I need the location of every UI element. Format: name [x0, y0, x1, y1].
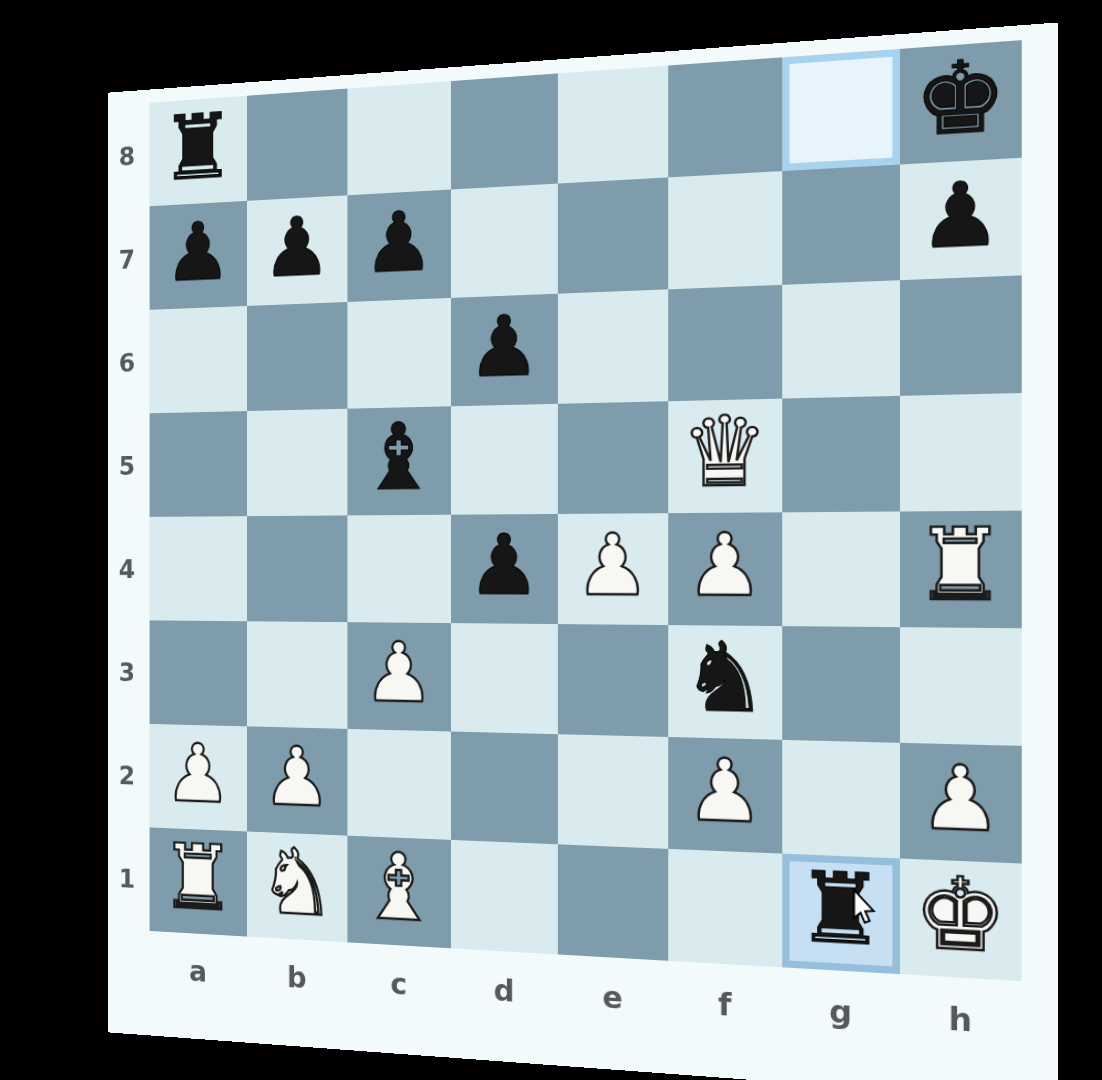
rank-label-2: 2 — [108, 760, 146, 790]
square-e3[interactable] — [558, 624, 668, 737]
file-label-a: a — [150, 952, 247, 991]
white-pawn-h2: ♟ — [919, 753, 1002, 845]
file-label-f: f — [668, 983, 782, 1026]
square-a1[interactable]: ♜ — [150, 827, 247, 936]
square-e2[interactable] — [558, 734, 668, 849]
square-g1[interactable]: ♜ — [782, 854, 900, 975]
rank-label-4: 4 — [108, 554, 146, 583]
square-h8[interactable]: ♚ — [900, 40, 1022, 164]
white-pawn-a2: ♟ — [165, 733, 232, 815]
white-rook-h4: ♜ — [914, 515, 1007, 615]
black-knight-f3: ♞ — [681, 629, 768, 727]
square-g7[interactable] — [782, 165, 900, 285]
square-c5[interactable]: ♝ — [347, 406, 451, 515]
file-label-g: g — [782, 990, 900, 1034]
square-b4[interactable] — [247, 515, 347, 622]
square-e8[interactable] — [558, 66, 668, 184]
square-d3[interactable] — [451, 623, 558, 734]
square-d6[interactable]: ♟ — [451, 294, 558, 407]
black-pawn-d4: ♟ — [468, 523, 541, 607]
square-a7[interactable]: ♟ — [150, 201, 247, 310]
square-d2[interactable] — [451, 732, 558, 845]
square-b5[interactable] — [247, 409, 347, 516]
white-pawn-f2: ♟ — [686, 747, 764, 836]
square-c3[interactable]: ♟ — [347, 622, 451, 731]
white-knight-b1: ♞ — [259, 836, 336, 930]
square-c6[interactable] — [347, 298, 451, 409]
square-e7[interactable] — [558, 177, 668, 293]
square-c4[interactable] — [347, 515, 451, 623]
file-label-c: c — [347, 964, 451, 1005]
square-d4[interactable]: ♟ — [451, 514, 558, 624]
rank-labels: 87654321 — [108, 103, 150, 931]
square-d5[interactable] — [451, 404, 558, 515]
black-bishop-c5: ♝ — [359, 411, 438, 504]
white-pawn-f4: ♟ — [686, 522, 764, 609]
black-king-h8: ♚ — [914, 45, 1007, 151]
square-b6[interactable] — [247, 302, 347, 411]
file-label-d: d — [451, 970, 558, 1012]
square-d1[interactable] — [451, 840, 558, 955]
rank-label-3: 3 — [108, 657, 146, 687]
square-h7[interactable]: ♟ — [900, 158, 1022, 280]
square-d7[interactable] — [451, 184, 558, 298]
file-label-e: e — [558, 976, 668, 1018]
square-b3[interactable] — [247, 621, 347, 729]
file-label-h: h — [900, 997, 1022, 1042]
white-pawn-e4: ♟ — [575, 522, 651, 607]
rank-label-7: 7 — [108, 244, 146, 275]
square-e5[interactable] — [558, 401, 668, 514]
square-f7[interactable] — [668, 171, 782, 289]
rank-label-5: 5 — [108, 451, 146, 481]
white-pawn-b2: ♟ — [263, 735, 332, 818]
square-c8[interactable] — [347, 81, 451, 195]
square-g8[interactable] — [782, 49, 900, 171]
chess-board-scene: 87654321 ♜♚♟♟♟♟♟♝♛♟♟♟♜♟♞♟♟♟♟♜♞♝♜♚ abcdef… — [108, 22, 1058, 1080]
square-a2[interactable]: ♟ — [150, 724, 247, 832]
square-e4[interactable]: ♟ — [558, 513, 668, 625]
square-e1[interactable] — [558, 844, 668, 960]
square-d8[interactable] — [451, 73, 558, 189]
square-b8[interactable] — [247, 89, 347, 201]
square-f5[interactable]: ♛ — [668, 399, 782, 514]
square-b7[interactable]: ♟ — [247, 195, 347, 306]
square-g3[interactable] — [782, 626, 900, 743]
square-a5[interactable] — [150, 411, 247, 517]
white-bishop-c1: ♝ — [359, 840, 438, 936]
black-pawn-h7: ♟ — [919, 168, 1002, 261]
square-f2[interactable]: ♟ — [668, 737, 782, 854]
square-g4[interactable] — [782, 512, 900, 628]
rank-label-6: 6 — [108, 347, 146, 377]
black-pawn-d6: ♟ — [468, 303, 541, 389]
square-f8[interactable] — [668, 57, 782, 177]
square-a3[interactable] — [150, 620, 247, 726]
black-pawn-a7: ♟ — [165, 210, 232, 293]
chess-board: ♜♚♟♟♟♟♟♝♛♟♟♟♜♟♞♟♟♟♟♜♞♝♜♚ — [150, 40, 1022, 981]
black-pawn-c7: ♟ — [364, 199, 435, 285]
square-g6[interactable] — [782, 280, 900, 398]
square-a4[interactable] — [150, 516, 247, 621]
white-king-h1: ♚ — [914, 863, 1007, 967]
square-a8[interactable]: ♜ — [150, 96, 247, 207]
square-c2[interactable] — [347, 729, 451, 840]
rank-label-8: 8 — [108, 140, 146, 172]
black-rook-g1: ♜ — [796, 858, 886, 960]
white-queen-f5: ♛ — [681, 403, 768, 501]
square-g5[interactable] — [782, 396, 900, 512]
square-h4[interactable]: ♜ — [900, 511, 1022, 629]
square-b2[interactable]: ♟ — [247, 726, 347, 835]
square-h5[interactable] — [900, 393, 1022, 511]
square-h3[interactable] — [900, 627, 1022, 746]
square-f1[interactable] — [668, 849, 782, 967]
square-b1[interactable]: ♞ — [247, 831, 347, 942]
square-f4[interactable]: ♟ — [668, 512, 782, 626]
white-rook-a1: ♜ — [161, 832, 236, 925]
square-h1[interactable]: ♚ — [900, 858, 1022, 981]
square-f3[interactable]: ♞ — [668, 625, 782, 740]
square-c1[interactable]: ♝ — [347, 836, 451, 949]
square-h6[interactable] — [900, 275, 1022, 395]
white-pawn-c3: ♟ — [364, 631, 435, 714]
square-h2[interactable]: ♟ — [900, 743, 1022, 864]
black-pawn-b7: ♟ — [263, 205, 332, 289]
rank-label-1: 1 — [108, 863, 146, 894]
black-rook-a8: ♜ — [161, 100, 236, 194]
square-e6[interactable] — [558, 289, 668, 403]
square-g2[interactable] — [782, 740, 900, 859]
file-label-b: b — [247, 958, 347, 998]
square-a6[interactable] — [150, 306, 247, 413]
square-c7[interactable]: ♟ — [347, 190, 451, 302]
square-f6[interactable] — [668, 285, 782, 401]
